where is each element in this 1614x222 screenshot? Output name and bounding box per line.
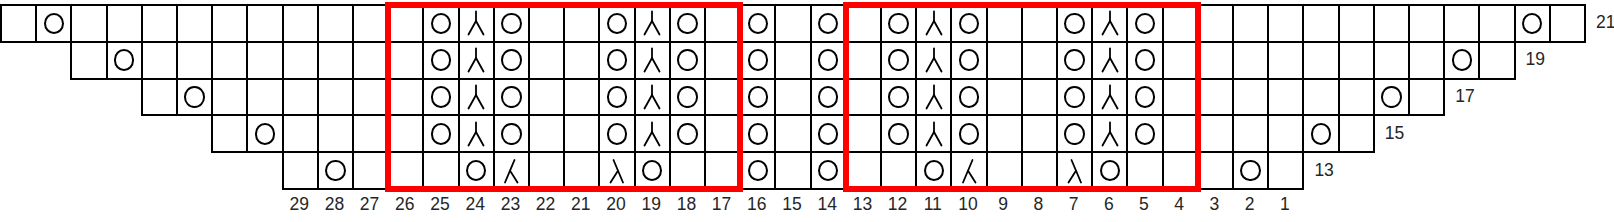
chart-cell — [1021, 4, 1058, 43]
chart-cell — [563, 4, 600, 43]
chart-cell — [1091, 78, 1128, 117]
column-number: 2 — [1232, 194, 1267, 215]
yarn-over-symbol — [888, 13, 909, 35]
chart-cell — [1126, 151, 1163, 190]
yarn-over-symbol — [677, 49, 698, 71]
chart-cell — [528, 4, 565, 43]
centered-double-decrease-symbol — [642, 84, 662, 110]
column-number: 9 — [986, 194, 1021, 215]
yarn-over-symbol — [607, 49, 628, 71]
column-number: 29 — [282, 194, 317, 215]
chart-cell — [176, 78, 213, 117]
chart-cell — [950, 4, 987, 43]
chart-cell — [1056, 41, 1093, 80]
chart-cell — [880, 41, 917, 80]
row-number: 17 — [1455, 86, 1474, 107]
chart-cell — [1443, 41, 1480, 80]
chart-cell — [810, 151, 847, 190]
chart-cell — [774, 41, 811, 80]
yarn-over-symbol — [959, 86, 980, 108]
column-number: 28 — [317, 194, 352, 215]
column-number: 19 — [634, 194, 669, 215]
column-number: 1 — [1267, 194, 1302, 215]
chart-cell — [317, 41, 354, 80]
chart-cell — [352, 4, 389, 43]
chart-cell — [211, 114, 248, 153]
column-number: 21 — [563, 194, 598, 215]
column-number: 12 — [880, 194, 915, 215]
chart-cell — [1514, 4, 1551, 43]
chart-cell — [950, 151, 987, 190]
chart-cell — [1197, 78, 1234, 117]
centered-double-decrease-symbol — [924, 121, 944, 147]
yarn-over-symbol — [431, 13, 452, 35]
chart-cell — [774, 151, 811, 190]
yarn-over-symbol — [748, 49, 769, 71]
chart-cell — [1373, 41, 1410, 80]
chart-cell — [458, 151, 495, 190]
chart-cell — [950, 78, 987, 117]
chart-cell — [1197, 4, 1234, 43]
column-number: 26 — [387, 194, 422, 215]
centered-double-decrease-symbol — [466, 84, 486, 110]
yarn-over-symbol — [607, 86, 628, 108]
yarn-over-symbol — [1452, 49, 1473, 71]
chart-cell — [845, 4, 882, 43]
chart-cell — [387, 78, 424, 117]
yarn-over-symbol — [501, 13, 522, 35]
chart-cell — [1338, 114, 1375, 153]
chart-cell — [493, 78, 530, 117]
chart-cell — [1373, 78, 1410, 117]
chart-cell — [422, 78, 459, 117]
chart-cell — [880, 78, 917, 117]
chart-cell — [422, 151, 459, 190]
yarn-over-symbol — [748, 13, 769, 35]
chart-cell — [1232, 41, 1269, 80]
chart-cell — [1267, 151, 1304, 190]
yarn-over-symbol — [748, 160, 769, 182]
chart-cell — [915, 78, 952, 117]
k2tog-decrease-symbol — [501, 158, 521, 184]
centered-double-decrease-symbol — [1100, 121, 1120, 147]
chart-cell — [458, 4, 495, 43]
chart-cell — [1232, 4, 1269, 43]
chart-cell — [634, 114, 671, 153]
chart-cell — [106, 41, 143, 80]
chart-cell — [211, 4, 248, 43]
chart-cell — [422, 41, 459, 80]
chart-cell — [1478, 41, 1515, 80]
chart-cell — [1443, 4, 1480, 43]
chart-cell — [35, 4, 72, 43]
yarn-over-symbol — [1135, 13, 1156, 35]
chart-cell — [915, 41, 952, 80]
chart-cell — [739, 4, 776, 43]
chart-cell — [774, 78, 811, 117]
yarn-over-symbol — [1311, 123, 1332, 145]
chart-cell — [1408, 78, 1445, 117]
chart-cell — [810, 41, 847, 80]
chart-cell — [704, 78, 741, 117]
chart-cell — [422, 114, 459, 153]
yarn-over-symbol — [888, 123, 909, 145]
yarn-over-symbol — [1522, 13, 1543, 35]
centered-double-decrease-symbol — [642, 121, 662, 147]
chart-cell — [563, 41, 600, 80]
row-number: 13 — [1314, 160, 1333, 181]
chart-cell — [950, 41, 987, 80]
yarn-over-symbol — [818, 13, 839, 35]
chart-cell — [1338, 41, 1375, 80]
column-number: 5 — [1126, 194, 1161, 215]
chart-cell — [704, 151, 741, 190]
centered-double-decrease-symbol — [924, 10, 944, 36]
chart-cell — [1162, 151, 1199, 190]
chart-cell — [739, 114, 776, 153]
chart-cell — [774, 4, 811, 43]
chart-cell — [211, 41, 248, 80]
chart-cell — [845, 78, 882, 117]
column-number: 14 — [810, 194, 845, 215]
column-number: 18 — [669, 194, 704, 215]
yarn-over-symbol — [1381, 86, 1402, 108]
chart-cell — [528, 41, 565, 80]
yarn-over-symbol — [1240, 160, 1261, 182]
chart-cell — [1302, 41, 1339, 80]
column-number: 8 — [1021, 194, 1056, 215]
yarn-over-symbol — [1064, 13, 1085, 35]
chart-cell — [1197, 114, 1234, 153]
row-number: 15 — [1385, 123, 1404, 144]
chart-cell — [282, 151, 319, 190]
knitting-chart: 2119171513292827262524232221201918171615… — [0, 0, 1614, 222]
chart-cell — [880, 151, 917, 190]
yarn-over-symbol — [888, 49, 909, 71]
ssk-decrease-symbol — [607, 158, 627, 184]
chart-cell — [598, 151, 635, 190]
chart-cell — [141, 4, 178, 43]
chart-cell — [317, 114, 354, 153]
chart-cell — [739, 78, 776, 117]
yarn-over-symbol — [748, 123, 769, 145]
chart-cell — [845, 41, 882, 80]
centered-double-decrease-symbol — [466, 10, 486, 36]
centered-double-decrease-symbol — [1100, 47, 1120, 73]
chart-cell — [493, 151, 530, 190]
yarn-over-symbol — [959, 49, 980, 71]
chart-cell — [176, 4, 213, 43]
chart-cell — [986, 41, 1023, 80]
yarn-over-symbol — [818, 49, 839, 71]
chart-cell — [317, 151, 354, 190]
chart-cell — [282, 114, 319, 153]
chart-cell — [1091, 41, 1128, 80]
chart-cell — [598, 114, 635, 153]
chart-cell — [1267, 4, 1304, 43]
chart-cell — [774, 114, 811, 153]
yarn-over-symbol — [607, 13, 628, 35]
chart-cell — [1267, 114, 1304, 153]
column-number: 24 — [458, 194, 493, 215]
yarn-over-symbol — [1064, 86, 1085, 108]
yarn-over-symbol — [959, 123, 980, 145]
k2tog-decrease-symbol — [959, 158, 979, 184]
yarn-over-symbol — [431, 86, 452, 108]
chart-cell — [986, 114, 1023, 153]
chart-cell — [915, 4, 952, 43]
column-number: 3 — [1197, 194, 1232, 215]
chart-cell — [493, 4, 530, 43]
yarn-over-symbol — [677, 13, 698, 35]
column-number: 6 — [1091, 194, 1126, 215]
yarn-over-symbol — [184, 86, 205, 108]
chart-cell — [1302, 78, 1339, 117]
yarn-over-symbol — [677, 86, 698, 108]
chart-cell — [352, 41, 389, 80]
chart-cell — [317, 78, 354, 117]
row-number: 19 — [1526, 49, 1545, 70]
chart-cell — [810, 78, 847, 117]
chart-cell — [598, 4, 635, 43]
chart-cell — [422, 4, 459, 43]
centered-double-decrease-symbol — [924, 84, 944, 110]
chart-cell — [1056, 114, 1093, 153]
yarn-over-symbol — [818, 160, 839, 182]
chart-cell — [1056, 78, 1093, 117]
chart-cell — [70, 41, 107, 80]
centered-double-decrease-symbol — [642, 47, 662, 73]
chart-cell — [880, 114, 917, 153]
chart-cell — [387, 4, 424, 43]
yarn-over-symbol — [748, 86, 769, 108]
chart-cell — [1478, 4, 1515, 43]
centered-double-decrease-symbol — [1100, 84, 1120, 110]
chart-cell — [1126, 78, 1163, 117]
chart-cell — [246, 4, 283, 43]
yarn-over-symbol — [1135, 123, 1156, 145]
chart-cell — [880, 4, 917, 43]
yarn-over-symbol — [642, 160, 663, 182]
chart-cell — [1338, 4, 1375, 43]
column-number: 27 — [352, 194, 387, 215]
chart-cell — [1091, 4, 1128, 43]
chart-cell — [669, 114, 706, 153]
chart-cell — [246, 114, 283, 153]
column-number: 17 — [704, 194, 739, 215]
yarn-over-symbol — [1135, 86, 1156, 108]
column-number: 4 — [1162, 194, 1197, 215]
chart-cell — [141, 41, 178, 80]
chart-cell — [1232, 114, 1269, 153]
chart-cell — [1091, 114, 1128, 153]
chart-cell — [246, 78, 283, 117]
yarn-over-symbol — [501, 49, 522, 71]
chart-cell — [317, 4, 354, 43]
chart-cell — [352, 78, 389, 117]
chart-cell — [282, 41, 319, 80]
yarn-over-symbol — [888, 86, 909, 108]
chart-cell — [1373, 4, 1410, 43]
chart-cell — [669, 4, 706, 43]
chart-cell — [704, 4, 741, 43]
yarn-over-symbol — [1135, 49, 1156, 71]
chart-cell — [563, 151, 600, 190]
chart-cell — [1197, 151, 1234, 190]
column-number: 22 — [528, 194, 563, 215]
chart-cell — [669, 78, 706, 117]
chart-cell — [1232, 151, 1269, 190]
yarn-over-symbol — [501, 86, 522, 108]
chart-cell — [387, 41, 424, 80]
chart-cell — [458, 41, 495, 80]
column-number: 10 — [950, 194, 985, 215]
chart-cell — [0, 4, 37, 43]
chart-cell — [1126, 4, 1163, 43]
chart-cell — [986, 151, 1023, 190]
chart-cell — [387, 151, 424, 190]
chart-cell — [211, 78, 248, 117]
chart-cell — [634, 4, 671, 43]
chart-cell — [739, 41, 776, 80]
yarn-over-symbol — [924, 160, 945, 182]
chart-cell — [915, 114, 952, 153]
chart-cell — [915, 151, 952, 190]
chart-cell — [1408, 4, 1445, 43]
chart-cell — [1091, 151, 1128, 190]
chart-cell — [1302, 4, 1339, 43]
chart-cell — [528, 78, 565, 117]
centered-double-decrease-symbol — [466, 47, 486, 73]
chart-cell — [1162, 78, 1199, 117]
chart-cell — [1021, 151, 1058, 190]
chart-cell — [1302, 114, 1339, 153]
chart-cell — [1126, 41, 1163, 80]
column-number: 13 — [845, 194, 880, 215]
chart-cell — [986, 4, 1023, 43]
yarn-over-symbol — [255, 123, 276, 145]
column-number: 25 — [422, 194, 457, 215]
row-number: 21 — [1596, 12, 1614, 33]
yarn-over-symbol — [818, 86, 839, 108]
chart-cell — [282, 4, 319, 43]
yarn-over-symbol — [1100, 160, 1121, 182]
chart-cell — [493, 41, 530, 80]
chart-cell — [634, 41, 671, 80]
chart-cell — [1232, 78, 1269, 117]
column-number: 15 — [774, 194, 809, 215]
column-number: 23 — [493, 194, 528, 215]
column-number: 20 — [598, 194, 633, 215]
chart-cell — [106, 4, 143, 43]
chart-cell — [1408, 41, 1445, 80]
centered-double-decrease-symbol — [924, 47, 944, 73]
chart-cell — [352, 114, 389, 153]
chart-cell — [141, 78, 178, 117]
yarn-over-symbol — [959, 13, 980, 35]
chart-cell — [493, 114, 530, 153]
chart-cell — [282, 78, 319, 117]
chart-cell — [1021, 41, 1058, 80]
chart-cell — [1126, 114, 1163, 153]
yarn-over-symbol — [431, 123, 452, 145]
ssk-decrease-symbol — [1065, 158, 1085, 184]
centered-double-decrease-symbol — [1100, 10, 1120, 36]
yarn-over-symbol — [44, 13, 65, 35]
yarn-over-symbol — [325, 160, 346, 182]
chart-cell — [845, 114, 882, 153]
yarn-over-symbol — [501, 123, 522, 145]
chart-cell — [528, 114, 565, 153]
column-number: 11 — [915, 194, 950, 215]
chart-cell — [704, 114, 741, 153]
chart-cell — [176, 41, 213, 80]
yarn-over-symbol — [677, 123, 698, 145]
chart-cell — [1267, 41, 1304, 80]
chart-cell — [458, 114, 495, 153]
chart-cell — [845, 151, 882, 190]
yarn-over-symbol — [607, 123, 628, 145]
chart-cell — [1549, 4, 1586, 43]
centered-double-decrease-symbol — [466, 121, 486, 147]
chart-cell — [810, 114, 847, 153]
chart-cell — [634, 151, 671, 190]
chart-cell — [1197, 41, 1234, 80]
chart-cell — [950, 114, 987, 153]
chart-cell — [598, 41, 635, 80]
chart-cell — [458, 78, 495, 117]
chart-cell — [1056, 151, 1093, 190]
chart-cell — [1056, 4, 1093, 43]
chart-cell — [669, 151, 706, 190]
chart-cell — [739, 151, 776, 190]
chart-cell — [1021, 78, 1058, 117]
yarn-over-symbol — [431, 49, 452, 71]
chart-cell — [70, 4, 107, 43]
chart-cell — [1162, 4, 1199, 43]
chart-cell — [986, 78, 1023, 117]
chart-cell — [563, 78, 600, 117]
chart-cell — [634, 78, 671, 117]
chart-cell — [704, 41, 741, 80]
yarn-over-symbol — [1064, 123, 1085, 145]
chart-cell — [563, 114, 600, 153]
chart-cell — [352, 151, 389, 190]
column-number: 7 — [1056, 194, 1091, 215]
column-number: 16 — [739, 194, 774, 215]
chart-cell — [528, 151, 565, 190]
chart-cell — [598, 78, 635, 117]
chart-cell — [1021, 114, 1058, 153]
chart-cell — [246, 41, 283, 80]
yarn-over-symbol — [466, 160, 487, 182]
chart-cell — [1267, 78, 1304, 117]
chart-cell — [1338, 78, 1375, 117]
chart-cell — [387, 114, 424, 153]
chart-cell — [1162, 41, 1199, 80]
yarn-over-symbol — [1064, 49, 1085, 71]
centered-double-decrease-symbol — [642, 10, 662, 36]
chart-cell — [1162, 114, 1199, 153]
yarn-over-symbol — [114, 49, 135, 71]
yarn-over-symbol — [818, 123, 839, 145]
chart-cell — [810, 4, 847, 43]
chart-cell — [669, 41, 706, 80]
